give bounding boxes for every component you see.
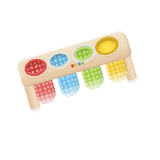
logo-dot-green [81,61,84,64]
sorting-bench-toy [14,29,145,122]
logo-dot-red [71,64,74,67]
product-photo [0,0,160,160]
brand-logo [71,61,84,67]
logo-dot-blue [78,62,81,65]
cup-top-blue [46,49,72,71]
cup-top-yellow [93,34,121,58]
cup-top-red [22,56,49,79]
